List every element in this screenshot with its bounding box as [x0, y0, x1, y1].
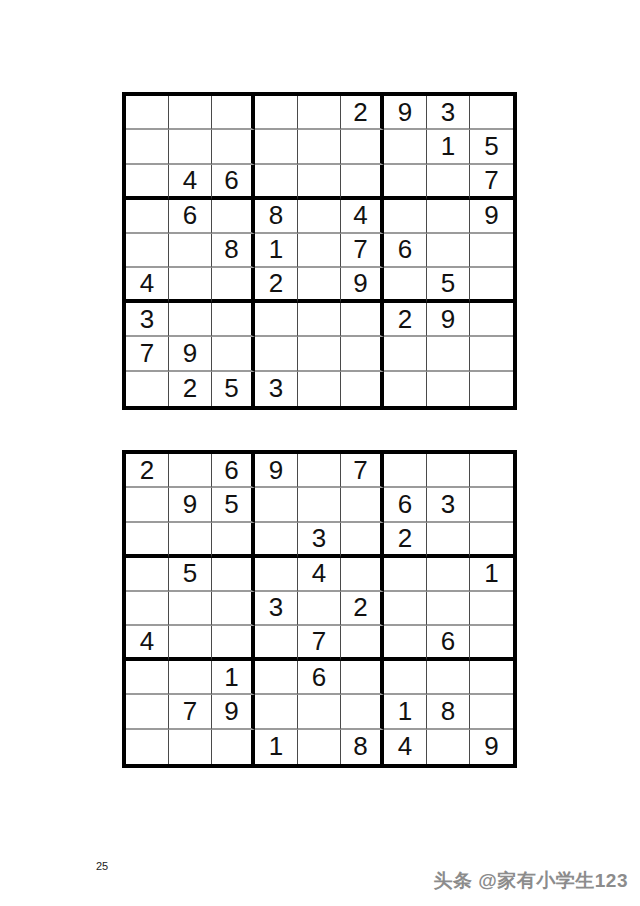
cell-r3c4 [255, 165, 298, 200]
cell-r8c3: 9 [212, 695, 255, 729]
cell-r2c1 [126, 488, 169, 522]
cell-r4c7 [384, 558, 427, 592]
cell-r5c2 [169, 592, 212, 626]
cell-r9c7 [384, 372, 427, 406]
cell-r3c5 [298, 165, 341, 200]
cell-r2c8: 1 [427, 130, 470, 164]
cell-r1c2 [169, 454, 212, 488]
cell-r1c4 [255, 96, 298, 130]
cell-r8c9 [470, 337, 513, 371]
cell-r1c6: 7 [341, 454, 384, 488]
cell-r6c1: 4 [126, 268, 169, 303]
cell-r7c6 [341, 303, 384, 337]
cell-r2c2 [169, 130, 212, 164]
cell-r5c7: 6 [384, 234, 427, 268]
cell-r7c4 [255, 303, 298, 337]
cell-r8c7: 1 [384, 695, 427, 729]
cell-r4c9: 9 [470, 200, 513, 234]
cell-r2c7: 6 [384, 488, 427, 522]
cell-r2c1 [126, 130, 169, 164]
cell-r8c1: 7 [126, 337, 169, 371]
cell-r3c6 [341, 165, 384, 200]
cell-r6c7 [384, 268, 427, 303]
cell-r6c2 [169, 268, 212, 303]
cell-r4c8 [427, 558, 470, 592]
cell-r3c7 [384, 165, 427, 200]
cell-r6c5 [298, 268, 341, 303]
cell-r2c4 [255, 488, 298, 522]
cell-r8c1 [126, 695, 169, 729]
cell-r6c9 [470, 268, 513, 303]
cell-r5c4: 3 [255, 592, 298, 626]
cell-r2c5 [298, 130, 341, 164]
cell-r6c8: 6 [427, 626, 470, 661]
cell-r6c3 [212, 626, 255, 661]
cell-r8c2: 7 [169, 695, 212, 729]
cell-r6c4: 2 [255, 268, 298, 303]
cell-r8c5 [298, 695, 341, 729]
cell-r2c9: 5 [470, 130, 513, 164]
cell-r8c7 [384, 337, 427, 371]
cell-r6c8: 5 [427, 268, 470, 303]
cell-r7c7: 2 [384, 303, 427, 337]
cell-r4c8 [427, 200, 470, 234]
cell-r4c4: 8 [255, 200, 298, 234]
cell-r1c5 [298, 96, 341, 130]
cell-r3c8 [427, 165, 470, 200]
cell-r1c2 [169, 96, 212, 130]
cell-r3c3 [212, 523, 255, 558]
cell-r4c6: 4 [341, 200, 384, 234]
cell-r4c5: 4 [298, 558, 341, 592]
cell-r5c5 [298, 234, 341, 268]
cell-r1c7: 9 [384, 96, 427, 130]
sudoku-board-top: 2931546768498176429532979253 [122, 92, 517, 410]
cell-r6c5: 7 [298, 626, 341, 661]
cell-r4c2: 6 [169, 200, 212, 234]
cell-r8c8 [427, 337, 470, 371]
cell-r3c6 [341, 523, 384, 558]
cell-r3c8 [427, 523, 470, 558]
cell-r2c6 [341, 130, 384, 164]
cell-r6c4 [255, 626, 298, 661]
cell-r2c2: 9 [169, 488, 212, 522]
cell-r6c7 [384, 626, 427, 661]
cell-r7c6 [341, 661, 384, 695]
cell-r1c6: 2 [341, 96, 384, 130]
cell-r9c4: 1 [255, 730, 298, 764]
cell-r2c4 [255, 130, 298, 164]
cell-r7c8: 9 [427, 303, 470, 337]
cell-r7c9 [470, 303, 513, 337]
cell-r9c5 [298, 372, 341, 406]
watermark-text: 头条 @家有小学生123 [433, 868, 628, 894]
cell-r4c4 [255, 558, 298, 592]
cell-r8c5 [298, 337, 341, 371]
cell-r4c1 [126, 200, 169, 234]
cell-r5c1 [126, 234, 169, 268]
cell-r5c9 [470, 592, 513, 626]
cell-r1c5 [298, 454, 341, 488]
cell-r9c2: 2 [169, 372, 212, 406]
cell-r9c7: 4 [384, 730, 427, 764]
cell-r5c7 [384, 592, 427, 626]
cell-r5c8 [427, 592, 470, 626]
cell-r9c6 [341, 372, 384, 406]
cell-r1c8: 3 [427, 96, 470, 130]
cell-r3c1 [126, 523, 169, 558]
cell-r5c9 [470, 234, 513, 268]
cell-r7c2 [169, 661, 212, 695]
cell-r6c6 [341, 626, 384, 661]
cell-r4c6 [341, 558, 384, 592]
cell-r1c1 [126, 96, 169, 130]
cell-r3c5: 3 [298, 523, 341, 558]
cell-r5c1 [126, 592, 169, 626]
cell-r5c6: 2 [341, 592, 384, 626]
cell-r2c5 [298, 488, 341, 522]
cell-r9c4: 3 [255, 372, 298, 406]
cell-r3c7: 2 [384, 523, 427, 558]
cell-r1c1: 2 [126, 454, 169, 488]
cell-r9c9 [470, 372, 513, 406]
cell-r1c8 [427, 454, 470, 488]
cell-r4c9: 1 [470, 558, 513, 592]
puzzle-page: 2931546768498176429532979253 26979563325… [0, 0, 640, 906]
cell-r5c4: 1 [255, 234, 298, 268]
cell-r2c7 [384, 130, 427, 164]
cell-r9c1 [126, 372, 169, 406]
cell-r2c3: 5 [212, 488, 255, 522]
sudoku-board-bottom: 2697956332541324761679181849 [122, 450, 517, 768]
cell-r6c1: 4 [126, 626, 169, 661]
cell-r7c5 [298, 303, 341, 337]
cell-r5c8 [427, 234, 470, 268]
cell-r5c5 [298, 592, 341, 626]
cell-r3c4 [255, 523, 298, 558]
cell-r9c6: 8 [341, 730, 384, 764]
cell-r5c6: 7 [341, 234, 384, 268]
cell-r8c2: 9 [169, 337, 212, 371]
cell-r2c9 [470, 488, 513, 522]
cell-r9c1 [126, 730, 169, 764]
cell-r3c3: 6 [212, 165, 255, 200]
cell-r8c6 [341, 695, 384, 729]
cell-r9c3: 5 [212, 372, 255, 406]
cell-r3c1 [126, 165, 169, 200]
cell-r1c7 [384, 454, 427, 488]
cell-r8c6 [341, 337, 384, 371]
cell-r8c4 [255, 695, 298, 729]
cell-r8c9 [470, 695, 513, 729]
cell-r4c2: 5 [169, 558, 212, 592]
cell-r1c3 [212, 96, 255, 130]
cell-r9c3 [212, 730, 255, 764]
cell-r3c2 [169, 523, 212, 558]
cell-r2c6 [341, 488, 384, 522]
cell-r6c9 [470, 626, 513, 661]
cell-r7c9 [470, 661, 513, 695]
cell-r7c3: 1 [212, 661, 255, 695]
cell-r3c2: 4 [169, 165, 212, 200]
cell-r4c7 [384, 200, 427, 234]
page-number: 25 [96, 860, 108, 872]
cell-r9c9: 9 [470, 730, 513, 764]
cell-r8c8: 8 [427, 695, 470, 729]
cell-r7c4 [255, 661, 298, 695]
cell-r9c5 [298, 730, 341, 764]
cell-r6c2 [169, 626, 212, 661]
cell-r4c3 [212, 558, 255, 592]
cell-r2c3 [212, 130, 255, 164]
cell-r9c2 [169, 730, 212, 764]
cell-r7c2 [169, 303, 212, 337]
cell-r4c3 [212, 200, 255, 234]
cell-r5c3: 8 [212, 234, 255, 268]
cell-r9c8 [427, 730, 470, 764]
cell-r2c8: 3 [427, 488, 470, 522]
cell-r8c3 [212, 337, 255, 371]
cell-r3c9 [470, 523, 513, 558]
cell-r7c3 [212, 303, 255, 337]
cell-r7c1: 3 [126, 303, 169, 337]
cell-r6c3 [212, 268, 255, 303]
cell-r5c3 [212, 592, 255, 626]
cell-r1c9 [470, 96, 513, 130]
cell-r6c6: 9 [341, 268, 384, 303]
cell-r4c1 [126, 558, 169, 592]
cell-r4c5 [298, 200, 341, 234]
cell-r9c8 [427, 372, 470, 406]
cell-r1c9 [470, 454, 513, 488]
cell-r1c4: 9 [255, 454, 298, 488]
cell-r7c7 [384, 661, 427, 695]
cell-r8c4 [255, 337, 298, 371]
cell-r7c1 [126, 661, 169, 695]
cell-r5c2 [169, 234, 212, 268]
cell-r7c5: 6 [298, 661, 341, 695]
cell-r7c8 [427, 661, 470, 695]
cell-r3c9: 7 [470, 165, 513, 200]
cell-r1c3: 6 [212, 454, 255, 488]
